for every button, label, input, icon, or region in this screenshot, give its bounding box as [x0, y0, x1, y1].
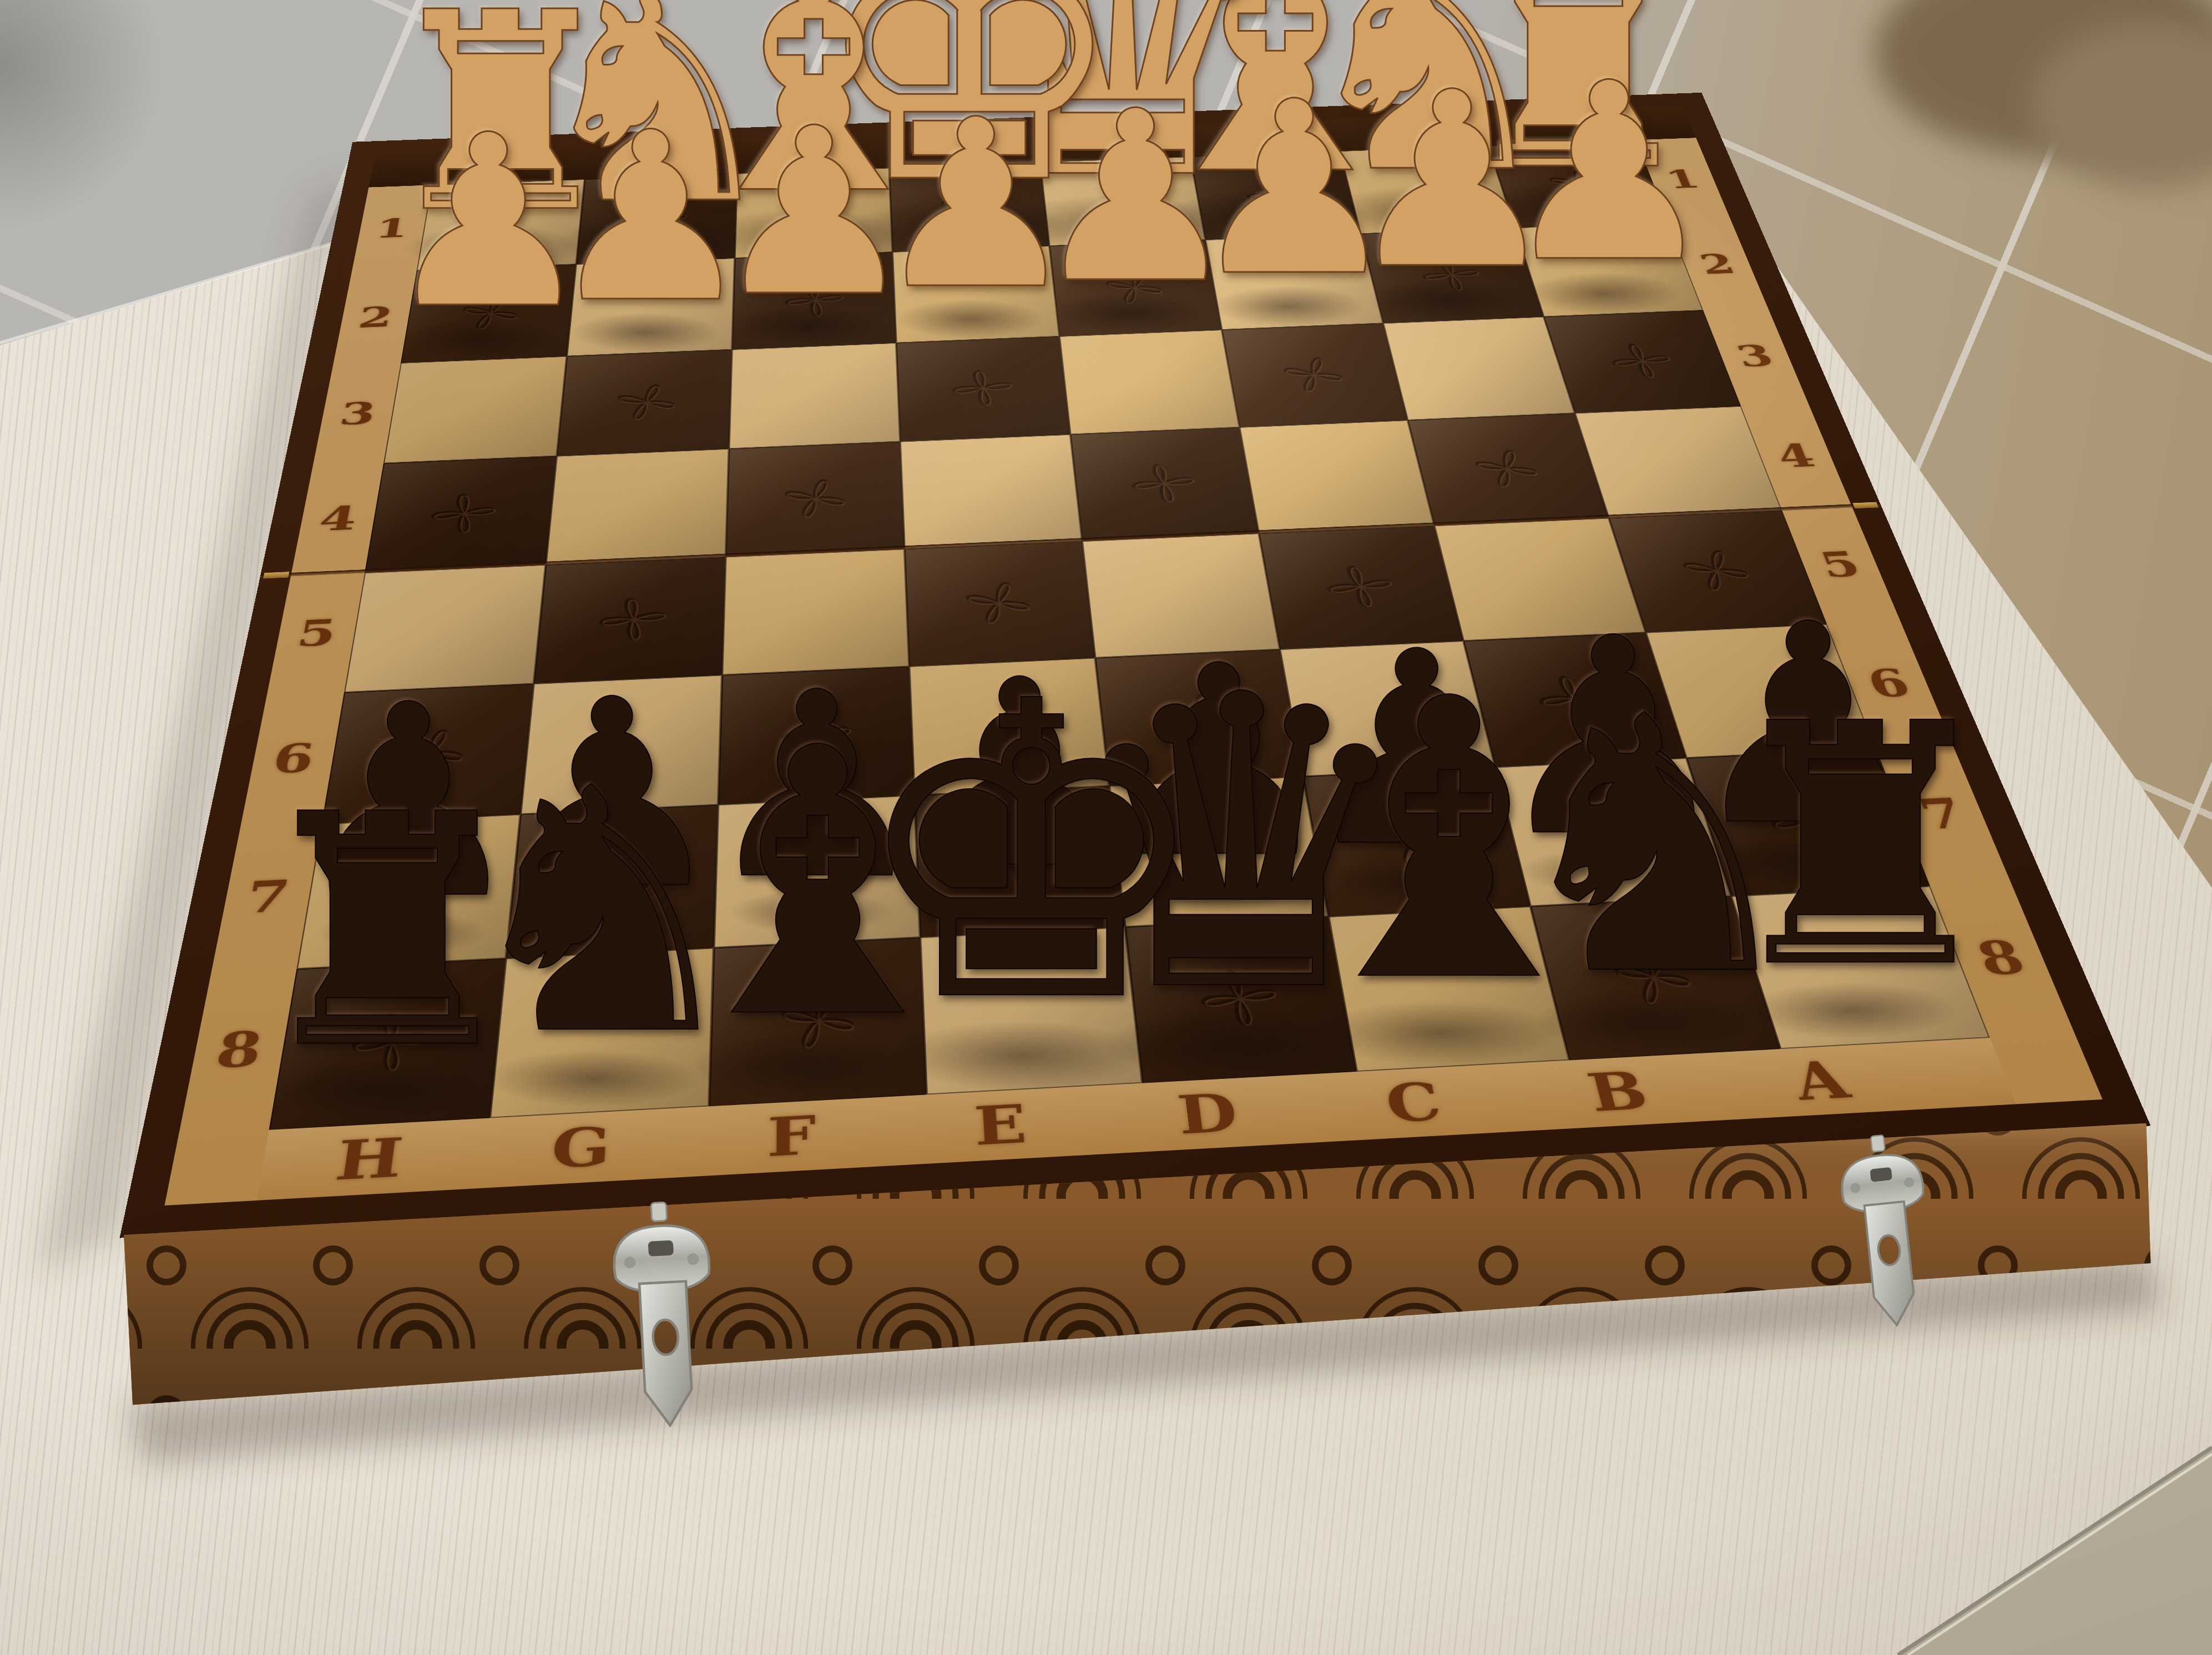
box-front-layer [0, 0, 2212, 1655]
latch-pin-icon [651, 1202, 667, 1221]
chess-set-photo: 12345678 12345678 HGFEDCBA [0, 0, 2212, 1655]
box-front-shading [124, 1123, 2150, 1405]
latch-pin-icon [1871, 1135, 1885, 1152]
